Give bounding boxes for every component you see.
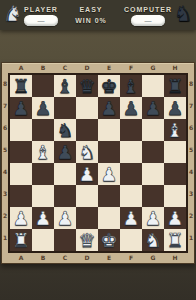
coord-label-h-bottom: H	[164, 253, 186, 263]
square-d5[interactable]: ♞	[76, 141, 98, 163]
coord-label-7-right: 7	[188, 95, 194, 117]
square-c8[interactable]: ♝	[54, 75, 76, 97]
square-d8[interactable]: ♛	[76, 75, 98, 97]
square-e3[interactable]	[98, 185, 120, 207]
white-pawn[interactable]: ♟	[56, 207, 73, 229]
black-pawn[interactable]: ♟	[12, 97, 29, 119]
coord-label-c-bottom: C	[54, 253, 76, 263]
square-b7[interactable]: ♟	[32, 97, 54, 119]
player-timer-pill: —	[24, 15, 58, 26]
square-f4[interactable]	[120, 163, 142, 185]
square-a5[interactable]	[10, 141, 32, 163]
black-rook[interactable]: ♜	[166, 75, 183, 97]
square-e1[interactable]: ♚	[98, 229, 120, 251]
coord-label-e-bottom: E	[98, 253, 120, 263]
black-rook[interactable]: ♜	[12, 75, 29, 97]
square-b4[interactable]	[32, 163, 54, 185]
coord-label-g-top: G	[142, 63, 164, 73]
white-queen[interactable]: ♛	[78, 229, 95, 251]
square-b3[interactable]	[32, 185, 54, 207]
computer-knight-icon: ♞	[172, 1, 195, 27]
square-c5[interactable]: ♟	[54, 141, 76, 163]
square-g2[interactable]: ♟	[142, 207, 164, 229]
coord-label-f-top: F	[120, 63, 142, 73]
square-e6[interactable]	[98, 119, 120, 141]
coord-label-b-bottom: B	[32, 253, 54, 263]
win-percentage-label: WIN 0%	[75, 17, 107, 24]
square-g7[interactable]: ♟	[142, 97, 164, 119]
player-knight-icon: ♞	[1, 1, 24, 27]
square-c7[interactable]	[54, 97, 76, 119]
square-a6[interactable]	[10, 119, 32, 141]
black-pawn[interactable]: ♟	[166, 97, 183, 119]
black-pawn[interactable]: ♟	[56, 141, 73, 163]
square-c2[interactable]: ♟	[54, 207, 76, 229]
coord-label-8-right: 8	[188, 73, 194, 95]
rank-labels-right: 87654321	[188, 73, 194, 253]
square-g3[interactable]	[142, 185, 164, 207]
white-pawn[interactable]: ♟	[12, 207, 29, 229]
black-pawn[interactable]: ♟	[100, 97, 117, 119]
computer-timer-text: —	[144, 17, 151, 24]
black-king[interactable]: ♚	[100, 75, 117, 97]
square-a1[interactable]: ♜	[10, 229, 32, 251]
file-labels-bottom: ABCDEFGH	[10, 253, 186, 263]
square-c6[interactable]: ♞	[54, 119, 76, 141]
coord-label-6-right: 6	[188, 117, 194, 139]
square-d7[interactable]	[76, 97, 98, 119]
header-bar: ♞ PLAYER — EASY WIN 0% COMPUTER — ♞	[0, 0, 196, 30]
square-d4[interactable]: ♟	[76, 163, 98, 185]
black-pawn[interactable]: ♟	[144, 97, 161, 119]
file-labels-top: ABCDEFGH	[10, 63, 186, 73]
white-bishop[interactable]: ♝	[34, 141, 51, 163]
coord-label-4-right: 4	[188, 161, 194, 183]
square-f3[interactable]	[120, 185, 142, 207]
white-pawn[interactable]: ♟	[100, 163, 117, 185]
coord-label-1-right: 1	[188, 227, 194, 249]
square-e7[interactable]: ♟	[98, 97, 120, 119]
coord-label-d-bottom: D	[76, 253, 98, 263]
chess-board-frame: ABCDEFGH 87654321 ♜♝♛♚♝♜♟♟♟♟♟♟♞♝♝♟♞♟♟♟♟♟…	[1, 62, 195, 264]
square-g5[interactable]	[142, 141, 164, 163]
square-g1[interactable]: ♞	[142, 229, 164, 251]
square-b8[interactable]	[32, 75, 54, 97]
coord-label-b-top: B	[32, 63, 54, 73]
black-bishop[interactable]: ♝	[56, 75, 73, 97]
square-h4[interactable]	[164, 163, 186, 185]
square-e2[interactable]	[98, 207, 120, 229]
square-e4[interactable]: ♟	[98, 163, 120, 185]
player-timer-text: —	[38, 17, 45, 24]
coord-label-5-right: 5	[188, 139, 194, 161]
white-pawn[interactable]: ♟	[34, 207, 51, 229]
chess-app: ♞ PLAYER — EASY WIN 0% COMPUTER — ♞ ABCD…	[0, 0, 196, 300]
square-b2[interactable]: ♟	[32, 207, 54, 229]
white-rook[interactable]: ♜	[12, 229, 29, 251]
square-a2[interactable]: ♟	[10, 207, 32, 229]
white-pawn[interactable]: ♟	[166, 207, 183, 229]
square-h8[interactable]: ♜	[164, 75, 186, 97]
square-c4[interactable]	[54, 163, 76, 185]
computer-panel: COMPUTER —	[124, 1, 172, 26]
square-h7[interactable]: ♟	[164, 97, 186, 119]
square-b1[interactable]	[32, 229, 54, 251]
square-h3[interactable]	[164, 185, 186, 207]
white-knight[interactable]: ♞	[144, 229, 161, 251]
coord-label-e-top: E	[98, 63, 120, 73]
square-e5[interactable]	[98, 141, 120, 163]
square-d1[interactable]: ♛	[76, 229, 98, 251]
square-g8[interactable]	[142, 75, 164, 97]
coord-label-h-top: H	[164, 63, 186, 73]
square-a7[interactable]: ♟	[10, 97, 32, 119]
coord-label-a-top: A	[10, 63, 32, 73]
computer-timer-pill: —	[131, 15, 165, 26]
white-bishop[interactable]: ♝	[166, 119, 183, 141]
player-panel: PLAYER —	[24, 1, 58, 26]
white-king[interactable]: ♚	[100, 229, 117, 251]
square-a4[interactable]	[10, 163, 32, 185]
coord-label-a-bottom: A	[10, 253, 32, 263]
square-f1[interactable]	[120, 229, 142, 251]
square-c1[interactable]	[54, 229, 76, 251]
square-h2[interactable]: ♟	[164, 207, 186, 229]
coord-label-f-bottom: F	[120, 253, 142, 263]
square-f6[interactable]	[120, 119, 142, 141]
black-queen[interactable]: ♛	[78, 75, 95, 97]
black-pawn[interactable]: ♟	[122, 97, 139, 119]
square-b5[interactable]: ♝	[32, 141, 54, 163]
difficulty-label: EASY	[79, 6, 102, 13]
square-a8[interactable]: ♜	[10, 75, 32, 97]
square-d6[interactable]	[76, 119, 98, 141]
white-pawn[interactable]: ♟	[144, 207, 161, 229]
square-f2[interactable]: ♟	[120, 207, 142, 229]
white-pawn[interactable]: ♟	[122, 207, 139, 229]
player-label: PLAYER	[24, 6, 58, 13]
status-panel: EASY WIN 0%	[58, 1, 124, 24]
coord-label-2-right: 2	[188, 205, 194, 227]
square-a3[interactable]	[10, 185, 32, 207]
computer-label: COMPUTER	[124, 6, 172, 13]
chess-board: ♜♝♛♚♝♜♟♟♟♟♟♟♞♝♝♟♞♟♟♟♟♟♟♟♟♜♛♚♞♜	[8, 73, 188, 253]
black-knight[interactable]: ♞	[56, 119, 73, 141]
coord-label-3-right: 3	[188, 183, 194, 205]
square-c3[interactable]	[54, 185, 76, 207]
square-g4[interactable]	[142, 163, 164, 185]
white-rook[interactable]: ♜	[166, 229, 183, 251]
square-g6[interactable]	[142, 119, 164, 141]
square-e8[interactable]: ♚	[98, 75, 120, 97]
square-f8[interactable]: ♝	[120, 75, 142, 97]
square-b6[interactable]	[32, 119, 54, 141]
square-d3[interactable]	[76, 185, 98, 207]
square-h5[interactable]	[164, 141, 186, 163]
square-h1[interactable]: ♜	[164, 229, 186, 251]
square-h6[interactable]: ♝	[164, 119, 186, 141]
coord-label-d-top: D	[76, 63, 98, 73]
white-knight[interactable]: ♞	[78, 141, 95, 163]
black-bishop[interactable]: ♝	[122, 75, 139, 97]
square-f5[interactable]	[120, 141, 142, 163]
square-d2[interactable]	[76, 207, 98, 229]
coord-label-c-top: C	[54, 63, 76, 73]
black-pawn[interactable]: ♟	[34, 97, 51, 119]
white-pawn[interactable]: ♟	[78, 163, 95, 185]
coord-label-g-bottom: G	[142, 253, 164, 263]
square-f7[interactable]: ♟	[120, 97, 142, 119]
